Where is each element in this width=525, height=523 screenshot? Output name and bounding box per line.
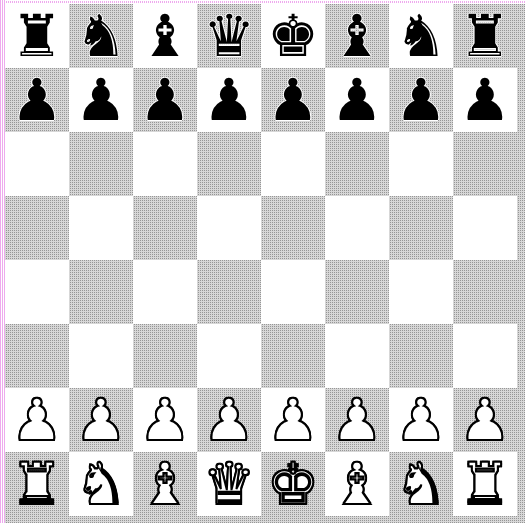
piece-black-rook[interactable]: ♜ bbox=[459, 4, 511, 68]
piece-black-pawn[interactable]: ♟ bbox=[395, 68, 447, 132]
square-g6[interactable] bbox=[389, 132, 453, 196]
piece-black-pawn[interactable]: ♟ bbox=[203, 68, 255, 132]
square-g7[interactable]: ♟ bbox=[389, 68, 453, 132]
square-f8[interactable]: ♝ bbox=[325, 4, 389, 68]
square-h7[interactable]: ♟ bbox=[453, 68, 517, 132]
square-a5[interactable] bbox=[5, 196, 69, 260]
square-g8[interactable]: ♞ bbox=[389, 4, 453, 68]
square-c7[interactable]: ♟ bbox=[133, 68, 197, 132]
square-a3[interactable] bbox=[5, 324, 69, 388]
piece-white-pawn[interactable]: ♟ bbox=[395, 388, 447, 452]
square-h3[interactable] bbox=[453, 324, 517, 388]
square-c3[interactable] bbox=[133, 324, 197, 388]
piece-black-pawn[interactable]: ♟ bbox=[459, 68, 511, 132]
square-d1[interactable]: ♛ bbox=[197, 452, 261, 516]
piece-black-pawn[interactable]: ♟ bbox=[11, 68, 63, 132]
square-b5[interactable] bbox=[69, 196, 133, 260]
piece-white-pawn[interactable]: ♟ bbox=[139, 388, 191, 452]
piece-white-pawn[interactable]: ♟ bbox=[267, 388, 319, 452]
piece-white-rook[interactable]: ♜ bbox=[459, 452, 511, 516]
piece-white-bishop[interactable]: ♝ bbox=[331, 452, 383, 516]
square-a4[interactable] bbox=[5, 260, 69, 324]
square-e5[interactable] bbox=[261, 196, 325, 260]
piece-white-pawn[interactable]: ♟ bbox=[331, 388, 383, 452]
piece-black-knight[interactable]: ♞ bbox=[75, 4, 127, 68]
chess-app-window: ♜♞♝♛♚♝♞♜♟♟♟♟♟♟♟♟♟♟♟♟♟♟♟♟♜♞♝♛♚♝♞♜ bbox=[0, 0, 525, 523]
piece-black-pawn[interactable]: ♟ bbox=[139, 68, 191, 132]
square-a2[interactable]: ♟ bbox=[5, 388, 69, 452]
square-c8[interactable]: ♝ bbox=[133, 4, 197, 68]
square-h5[interactable] bbox=[453, 196, 517, 260]
square-d3[interactable] bbox=[197, 324, 261, 388]
square-e1[interactable]: ♚ bbox=[261, 452, 325, 516]
square-e8[interactable]: ♚ bbox=[261, 4, 325, 68]
square-f4[interactable] bbox=[325, 260, 389, 324]
square-a7[interactable]: ♟ bbox=[5, 68, 69, 132]
square-c6[interactable] bbox=[133, 132, 197, 196]
square-b2[interactable]: ♟ bbox=[69, 388, 133, 452]
piece-white-bishop[interactable]: ♝ bbox=[139, 452, 191, 516]
piece-black-pawn[interactable]: ♟ bbox=[331, 68, 383, 132]
piece-white-knight[interactable]: ♞ bbox=[395, 452, 447, 516]
square-e3[interactable] bbox=[261, 324, 325, 388]
square-f2[interactable]: ♟ bbox=[325, 388, 389, 452]
square-h2[interactable]: ♟ bbox=[453, 388, 517, 452]
square-d4[interactable] bbox=[197, 260, 261, 324]
piece-black-rook[interactable]: ♜ bbox=[11, 4, 63, 68]
square-a6[interactable] bbox=[5, 132, 69, 196]
piece-black-knight[interactable]: ♞ bbox=[395, 4, 447, 68]
piece-black-queen[interactable]: ♛ bbox=[203, 4, 255, 68]
square-h8[interactable]: ♜ bbox=[453, 4, 517, 68]
chess-board: ♜♞♝♛♚♝♞♜♟♟♟♟♟♟♟♟♟♟♟♟♟♟♟♟♜♞♝♛♚♝♞♜ bbox=[5, 4, 517, 516]
piece-white-king[interactable]: ♚ bbox=[267, 452, 319, 516]
piece-white-rook[interactable]: ♜ bbox=[11, 452, 63, 516]
square-a8[interactable]: ♜ bbox=[5, 4, 69, 68]
square-d5[interactable] bbox=[197, 196, 261, 260]
piece-black-pawn[interactable]: ♟ bbox=[75, 68, 127, 132]
window-filler-bottom bbox=[5, 516, 525, 523]
piece-white-pawn[interactable]: ♟ bbox=[11, 388, 63, 452]
square-d7[interactable]: ♟ bbox=[197, 68, 261, 132]
piece-black-king[interactable]: ♚ bbox=[267, 4, 319, 68]
square-e6[interactable] bbox=[261, 132, 325, 196]
square-b4[interactable] bbox=[69, 260, 133, 324]
square-b6[interactable] bbox=[69, 132, 133, 196]
piece-black-bishop[interactable]: ♝ bbox=[139, 4, 191, 68]
square-e4[interactable] bbox=[261, 260, 325, 324]
square-g3[interactable] bbox=[389, 324, 453, 388]
piece-white-pawn[interactable]: ♟ bbox=[459, 388, 511, 452]
piece-black-pawn[interactable]: ♟ bbox=[267, 68, 319, 132]
square-b1[interactable]: ♞ bbox=[69, 452, 133, 516]
square-h1[interactable]: ♜ bbox=[453, 452, 517, 516]
piece-white-knight[interactable]: ♞ bbox=[75, 452, 127, 516]
square-a1[interactable]: ♜ bbox=[5, 452, 69, 516]
square-b3[interactable] bbox=[69, 324, 133, 388]
square-f6[interactable] bbox=[325, 132, 389, 196]
square-c1[interactable]: ♝ bbox=[133, 452, 197, 516]
piece-black-bishop[interactable]: ♝ bbox=[331, 4, 383, 68]
square-c4[interactable] bbox=[133, 260, 197, 324]
square-d6[interactable] bbox=[197, 132, 261, 196]
square-g1[interactable]: ♞ bbox=[389, 452, 453, 516]
square-g4[interactable] bbox=[389, 260, 453, 324]
square-d8[interactable]: ♛ bbox=[197, 4, 261, 68]
square-h4[interactable] bbox=[453, 260, 517, 324]
square-g5[interactable] bbox=[389, 196, 453, 260]
square-h6[interactable] bbox=[453, 132, 517, 196]
square-f7[interactable]: ♟ bbox=[325, 68, 389, 132]
square-e7[interactable]: ♟ bbox=[261, 68, 325, 132]
square-f3[interactable] bbox=[325, 324, 389, 388]
square-b8[interactable]: ♞ bbox=[69, 4, 133, 68]
piece-white-pawn[interactable]: ♟ bbox=[75, 388, 127, 452]
square-f1[interactable]: ♝ bbox=[325, 452, 389, 516]
square-d2[interactable]: ♟ bbox=[197, 388, 261, 452]
square-g2[interactable]: ♟ bbox=[389, 388, 453, 452]
square-c5[interactable] bbox=[133, 196, 197, 260]
window-filler-right bbox=[517, 4, 525, 523]
square-c2[interactable]: ♟ bbox=[133, 388, 197, 452]
square-f5[interactable] bbox=[325, 196, 389, 260]
square-b7[interactable]: ♟ bbox=[69, 68, 133, 132]
piece-white-queen[interactable]: ♛ bbox=[203, 452, 255, 516]
square-e2[interactable]: ♟ bbox=[261, 388, 325, 452]
piece-white-pawn[interactable]: ♟ bbox=[203, 388, 255, 452]
